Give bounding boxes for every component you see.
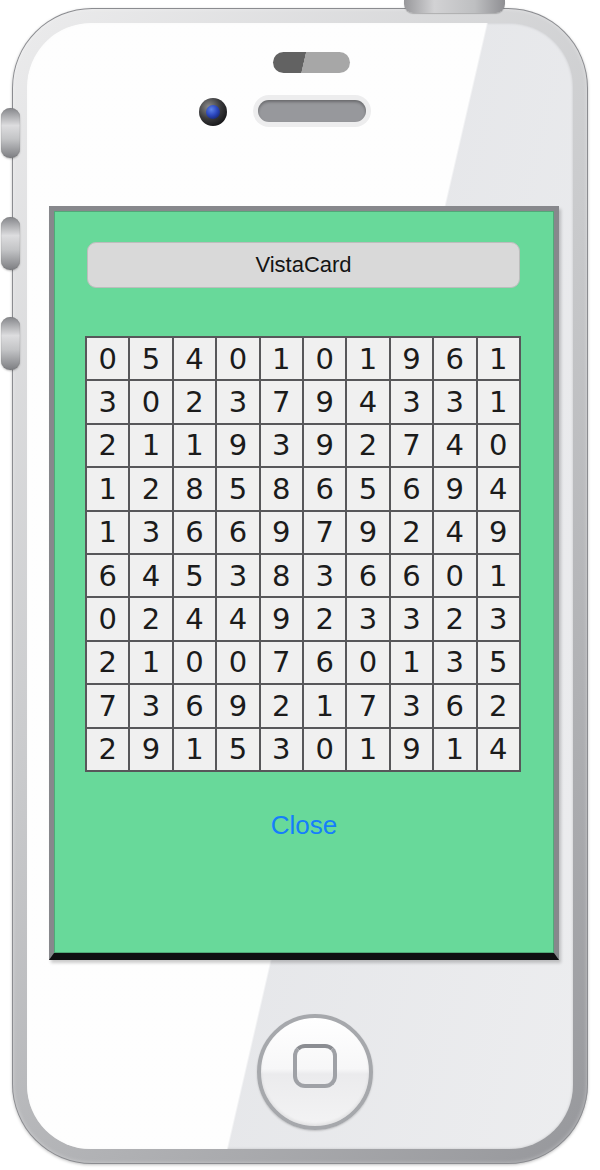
mute-switch[interactable] — [1, 108, 20, 158]
grid-cell-r6c5: 8 — [261, 555, 302, 596]
grid-cell-r6c6: 3 — [304, 555, 345, 596]
camera-lens-icon — [206, 105, 220, 119]
grid-cell-r3c10: 0 — [478, 425, 519, 466]
grid-cell-r9c4: 9 — [217, 685, 258, 726]
power-button[interactable] — [404, 0, 505, 13]
grid-cell-r7c5: 9 — [261, 598, 302, 639]
grid-cell-r9c5: 2 — [261, 685, 302, 726]
grid-cell-r2c9: 3 — [434, 381, 475, 422]
grid-cell-r9c10: 2 — [478, 685, 519, 726]
grid-cell-r7c9: 2 — [434, 598, 475, 639]
app-title: VistaCard — [255, 252, 351, 278]
grid-cell-r4c5: 8 — [261, 468, 302, 509]
grid-cell-r10c2: 9 — [130, 729, 171, 770]
phone-frame: VistaCard 054010196130237943312119392740… — [0, 0, 600, 1170]
grid-cell-r2c8: 3 — [391, 381, 432, 422]
grid-cell-r10c4: 5 — [217, 729, 258, 770]
grid-cell-r3c9: 4 — [434, 425, 475, 466]
grid-cell-r2c4: 3 — [217, 381, 258, 422]
grid-cell-r10c3: 1 — [174, 729, 215, 770]
grid-cell-r3c8: 7 — [391, 425, 432, 466]
grid-cell-r10c10: 4 — [478, 729, 519, 770]
grid-cell-r3c1: 2 — [87, 425, 128, 466]
grid-cell-r6c8: 6 — [391, 555, 432, 596]
grid-cell-r9c8: 3 — [391, 685, 432, 726]
grid-cell-r1c1: 0 — [87, 338, 128, 379]
grid-cell-r2c3: 2 — [174, 381, 215, 422]
home-square-icon — [293, 1044, 337, 1088]
grid-cell-r9c2: 3 — [130, 685, 171, 726]
grid-cell-r7c8: 3 — [391, 598, 432, 639]
grid-cell-r9c6: 1 — [304, 685, 345, 726]
grid-cell-r7c1: 0 — [87, 598, 128, 639]
grid-cell-r4c1: 1 — [87, 468, 128, 509]
grid-cell-r2c6: 9 — [304, 381, 345, 422]
grid-cell-r9c9: 6 — [434, 685, 475, 726]
grid-cell-r6c3: 5 — [174, 555, 215, 596]
grid-cell-r7c2: 2 — [130, 598, 171, 639]
grid-cell-r2c5: 7 — [261, 381, 302, 422]
grid-cell-r6c9: 0 — [434, 555, 475, 596]
grid-cell-r6c2: 4 — [130, 555, 171, 596]
grid-cell-r8c3: 0 — [174, 642, 215, 683]
grid-cell-r7c6: 2 — [304, 598, 345, 639]
phone-band: VistaCard 054010196130237943312119392740… — [12, 8, 588, 1164]
grid-cell-r10c7: 1 — [347, 729, 388, 770]
grid-cell-r2c2: 0 — [130, 381, 171, 422]
earpiece-speaker-icon — [258, 100, 366, 122]
grid-cell-r8c10: 5 — [478, 642, 519, 683]
grid-cell-r3c5: 3 — [261, 425, 302, 466]
grid-cell-r6c4: 3 — [217, 555, 258, 596]
grid-cell-r4c8: 6 — [391, 468, 432, 509]
grid-cell-r4c6: 6 — [304, 468, 345, 509]
grid-cell-r5c10: 9 — [478, 512, 519, 553]
grid-cell-r3c2: 1 — [130, 425, 171, 466]
home-button[interactable] — [257, 1014, 373, 1130]
grid-cell-r1c3: 4 — [174, 338, 215, 379]
grid-cell-r1c4: 0 — [217, 338, 258, 379]
grid-cell-r1c7: 1 — [347, 338, 388, 379]
grid-cell-r2c7: 4 — [347, 381, 388, 422]
grid-cell-r1c6: 0 — [304, 338, 345, 379]
grid-cell-r1c5: 1 — [261, 338, 302, 379]
grid-cell-r5c6: 7 — [304, 512, 345, 553]
grid-cell-r1c2: 5 — [130, 338, 171, 379]
grid-cell-r3c7: 2 — [347, 425, 388, 466]
grid-cell-r3c4: 9 — [217, 425, 258, 466]
phone-face: VistaCard 054010196130237943312119392740… — [27, 23, 573, 1149]
digit-grid: 0540101961302379433121193927401285865694… — [85, 336, 521, 772]
grid-cell-r9c1: 7 — [87, 685, 128, 726]
grid-cell-r1c9: 6 — [434, 338, 475, 379]
grid-cell-r5c1: 1 — [87, 512, 128, 553]
grid-cell-r4c10: 4 — [478, 468, 519, 509]
grid-cell-r4c3: 8 — [174, 468, 215, 509]
grid-cell-r8c4: 0 — [217, 642, 258, 683]
grid-cell-r7c7: 3 — [347, 598, 388, 639]
grid-cell-r9c7: 7 — [347, 685, 388, 726]
grid-cell-r2c1: 3 — [87, 381, 128, 422]
grid-cell-r7c3: 4 — [174, 598, 215, 639]
grid-cell-r8c1: 2 — [87, 642, 128, 683]
grid-cell-r1c10: 1 — [478, 338, 519, 379]
grid-cell-r2c10: 1 — [478, 381, 519, 422]
grid-cell-r8c6: 6 — [304, 642, 345, 683]
grid-cell-r6c1: 6 — [87, 555, 128, 596]
grid-cell-r8c8: 1 — [391, 642, 432, 683]
grid-cell-r5c2: 3 — [130, 512, 171, 553]
proximity-sensor-slot-icon — [273, 52, 350, 73]
grid-cell-r5c5: 9 — [261, 512, 302, 553]
front-camera-icon — [199, 98, 227, 126]
grid-cell-r7c10: 3 — [478, 598, 519, 639]
grid-cell-r5c8: 2 — [391, 512, 432, 553]
grid-cell-r10c5: 3 — [261, 729, 302, 770]
volume-down-button[interactable] — [1, 317, 20, 370]
grid-cell-r7c4: 4 — [217, 598, 258, 639]
grid-cell-r4c4: 5 — [217, 468, 258, 509]
grid-cell-r5c7: 9 — [347, 512, 388, 553]
grid-cell-r3c3: 1 — [174, 425, 215, 466]
grid-cell-r4c2: 2 — [130, 468, 171, 509]
grid-cell-r1c8: 9 — [391, 338, 432, 379]
grid-cell-r4c9: 9 — [434, 468, 475, 509]
grid-cell-r10c1: 2 — [87, 729, 128, 770]
grid-cell-r5c3: 6 — [174, 512, 215, 553]
grid-cell-r8c2: 1 — [130, 642, 171, 683]
title-bar: VistaCard — [87, 242, 520, 288]
grid-cell-r5c4: 6 — [217, 512, 258, 553]
grid-cell-r5c9: 4 — [434, 512, 475, 553]
grid-cell-r10c8: 9 — [391, 729, 432, 770]
grid-cell-r6c10: 1 — [478, 555, 519, 596]
app-screen: VistaCard 054010196130237943312119392740… — [49, 206, 559, 960]
grid-cell-r4c7: 5 — [347, 468, 388, 509]
grid-cell-r8c5: 7 — [261, 642, 302, 683]
volume-up-button[interactable] — [1, 217, 20, 270]
grid-cell-r9c3: 6 — [174, 685, 215, 726]
grid-cell-r10c9: 1 — [434, 729, 475, 770]
grid-cell-r8c9: 3 — [434, 642, 475, 683]
grid-cell-r3c6: 9 — [304, 425, 345, 466]
close-button[interactable]: Close — [54, 810, 554, 841]
grid-cell-r6c7: 6 — [347, 555, 388, 596]
grid-cell-r10c6: 0 — [304, 729, 345, 770]
grid-cell-r8c7: 0 — [347, 642, 388, 683]
